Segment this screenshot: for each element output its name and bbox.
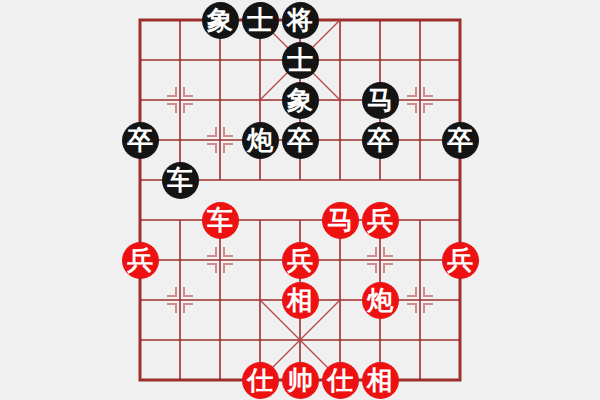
piece-black-soldier[interactable]: 卒 xyxy=(362,122,399,159)
piece-black-elephant[interactable]: 象 xyxy=(202,2,239,39)
piece-red-general[interactable]: 帅 xyxy=(282,362,319,399)
piece-red-cannon[interactable]: 炮 xyxy=(362,282,399,319)
piece-red-soldier[interactable]: 兵 xyxy=(282,242,319,279)
piece-red-elephant[interactable]: 相 xyxy=(362,362,399,399)
piece-red-soldier[interactable]: 兵 xyxy=(442,242,479,279)
piece-black-advisor[interactable]: 士 xyxy=(242,2,279,39)
piece-black-soldier[interactable]: 卒 xyxy=(122,122,159,159)
piece-black-elephant[interactable]: 象 xyxy=(282,82,319,119)
piece-red-chariot[interactable]: 车 xyxy=(202,202,239,239)
piece-black-horse[interactable]: 马 xyxy=(362,82,399,119)
piece-black-chariot[interactable]: 车 xyxy=(162,162,199,199)
piece-black-general[interactable]: 将 xyxy=(282,2,319,39)
piece-black-soldier[interactable]: 卒 xyxy=(282,122,319,159)
xiangqi-board: 象士将士象马卒炮卒卒卒车车马兵兵兵兵相炮仕帅仕相 xyxy=(0,0,600,400)
piece-black-cannon[interactable]: 炮 xyxy=(242,122,279,159)
piece-black-advisor[interactable]: 士 xyxy=(282,42,319,79)
piece-red-advisor[interactable]: 仕 xyxy=(242,362,279,399)
piece-red-horse[interactable]: 马 xyxy=(322,202,359,239)
piece-red-soldier[interactable]: 兵 xyxy=(362,202,399,239)
piece-black-soldier[interactable]: 卒 xyxy=(442,122,479,159)
pieces-layer: 象士将士象马卒炮卒卒卒车车马兵兵兵兵相炮仕帅仕相 xyxy=(0,0,600,400)
piece-red-soldier[interactable]: 兵 xyxy=(122,242,159,279)
piece-red-advisor[interactable]: 仕 xyxy=(322,362,359,399)
piece-red-elephant[interactable]: 相 xyxy=(282,282,319,319)
